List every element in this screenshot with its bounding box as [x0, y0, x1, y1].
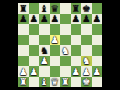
square-e5[interactable] [60, 35, 71, 46]
square-f4[interactable] [71, 45, 82, 56]
piece-black-pawn[interactable]: ♟ [40, 14, 49, 24]
piece-white-knight[interactable]: ♞ [61, 45, 70, 55]
square-b2[interactable]: ♟ [29, 66, 40, 77]
square-d8[interactable]: ♛ [50, 3, 61, 14]
square-b1[interactable] [29, 77, 40, 88]
square-b7[interactable]: ♟ [29, 14, 40, 25]
piece-white-pawn[interactable]: ♟ [40, 56, 49, 66]
piece-white-rook[interactable]: ♜ [19, 77, 28, 87]
square-d6[interactable] [50, 24, 61, 35]
square-a7[interactable]: ♟ [18, 14, 29, 25]
square-h6[interactable] [92, 24, 103, 35]
square-d1[interactable]: ♛ [50, 77, 61, 88]
square-c5[interactable] [39, 35, 50, 46]
piece-white-pawn[interactable]: ♟ [50, 35, 59, 45]
square-f5[interactable] [71, 35, 82, 46]
square-b3[interactable] [29, 56, 40, 67]
piece-black-king[interactable]: ♚ [82, 3, 91, 13]
square-c8[interactable]: ♝ [39, 3, 50, 14]
piece-black-pawn[interactable]: ♟ [92, 14, 101, 24]
square-d3[interactable] [50, 56, 61, 67]
piece-black-rook[interactable]: ♜ [71, 3, 80, 13]
square-g7[interactable]: ♟ [81, 14, 92, 25]
square-f2[interactable]: ♟ [71, 66, 82, 77]
square-f6[interactable] [71, 24, 82, 35]
piece-black-pawn[interactable]: ♟ [71, 14, 80, 24]
square-a4[interactable] [18, 45, 29, 56]
square-e8[interactable] [60, 3, 71, 14]
square-b5[interactable] [29, 35, 40, 46]
piece-white-pawn[interactable]: ♟ [71, 66, 80, 76]
square-d2[interactable] [50, 66, 61, 77]
square-h8[interactable] [92, 3, 103, 14]
piece-white-rook[interactable]: ♜ [61, 77, 70, 87]
square-d7[interactable]: ♟ [50, 14, 61, 25]
square-d5[interactable]: ♟ [50, 35, 61, 46]
square-f1[interactable] [71, 77, 82, 88]
square-f7[interactable]: ♟ [71, 14, 82, 25]
square-d4[interactable] [50, 45, 61, 56]
square-f8[interactable]: ♜ [71, 3, 82, 14]
square-c4[interactable]: ♞ [39, 45, 50, 56]
square-h5[interactable] [92, 35, 103, 46]
piece-white-pawn[interactable]: ♟ [92, 66, 101, 76]
piece-white-bishop[interactable]: ♝ [40, 77, 49, 87]
square-c6[interactable] [39, 24, 50, 35]
letterbox-background: ♜♝♛♜♚♟♟♟♟♟♟♟♟♞♞♟♞♟♟♟♟♟♜♝♛♜♚ [0, 0, 120, 90]
square-g5[interactable] [81, 35, 92, 46]
square-h1[interactable] [92, 77, 103, 88]
square-g4[interactable] [81, 45, 92, 56]
square-g6[interactable] [81, 24, 92, 35]
square-g8[interactable]: ♚ [81, 3, 92, 14]
square-e7[interactable] [60, 14, 71, 25]
square-a1[interactable]: ♜ [18, 77, 29, 88]
square-f3[interactable] [71, 56, 82, 67]
square-h4[interactable] [92, 45, 103, 56]
piece-black-bishop[interactable]: ♝ [40, 3, 49, 13]
square-h2[interactable]: ♟ [92, 66, 103, 77]
piece-black-pawn[interactable]: ♟ [19, 14, 28, 24]
piece-black-knight[interactable]: ♞ [40, 45, 49, 55]
square-c1[interactable]: ♝ [39, 77, 50, 88]
piece-black-pawn[interactable]: ♟ [29, 14, 38, 24]
square-b4[interactable] [29, 45, 40, 56]
square-e1[interactable]: ♜ [60, 77, 71, 88]
square-g1[interactable]: ♚ [81, 77, 92, 88]
piece-white-pawn[interactable]: ♟ [29, 66, 38, 76]
piece-white-pawn[interactable]: ♟ [82, 66, 91, 76]
square-c3[interactable]: ♟ [39, 56, 50, 67]
square-b8[interactable] [29, 3, 40, 14]
square-h3[interactable] [92, 56, 103, 67]
square-e3[interactable] [60, 56, 71, 67]
square-h7[interactable]: ♟ [92, 14, 103, 25]
square-g2[interactable]: ♟ [81, 66, 92, 77]
piece-white-pawn[interactable]: ♟ [19, 66, 28, 76]
square-e4[interactable]: ♞ [60, 45, 71, 56]
square-a2[interactable]: ♟ [18, 66, 29, 77]
square-c7[interactable]: ♟ [39, 14, 50, 25]
piece-white-queen[interactable]: ♛ [50, 77, 59, 87]
square-a5[interactable] [18, 35, 29, 46]
square-a3[interactable] [18, 56, 29, 67]
piece-black-queen[interactable]: ♛ [50, 3, 59, 13]
chess-board[interactable]: ♜♝♛♜♚♟♟♟♟♟♟♟♟♞♞♟♞♟♟♟♟♟♜♝♛♜♚ [18, 3, 102, 87]
square-e6[interactable] [60, 24, 71, 35]
square-a6[interactable] [18, 24, 29, 35]
square-g3[interactable]: ♞ [81, 56, 92, 67]
piece-black-pawn[interactable]: ♟ [50, 14, 59, 24]
piece-black-rook[interactable]: ♜ [19, 3, 28, 13]
piece-white-knight[interactable]: ♞ [82, 56, 91, 66]
square-b6[interactable] [29, 24, 40, 35]
piece-black-pawn[interactable]: ♟ [82, 14, 91, 24]
square-c2[interactable] [39, 66, 50, 77]
piece-white-king[interactable]: ♚ [82, 77, 91, 87]
square-e2[interactable] [60, 66, 71, 77]
square-a8[interactable]: ♜ [18, 3, 29, 14]
